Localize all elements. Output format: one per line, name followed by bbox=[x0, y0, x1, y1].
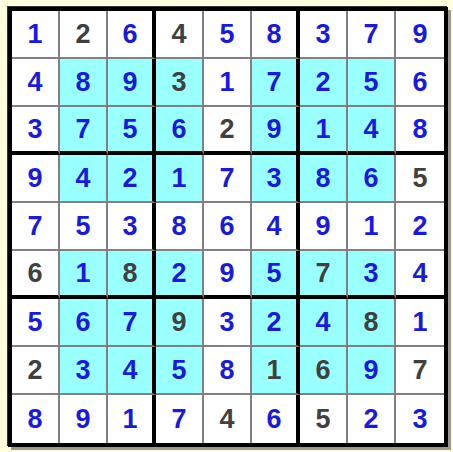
cell-r9c5[interactable]: 4 bbox=[204, 395, 252, 443]
cell-r8c6[interactable]: 1 bbox=[252, 347, 300, 395]
cell-r1c9[interactable]: 9 bbox=[396, 11, 444, 59]
cell-r5c5[interactable]: 6 bbox=[204, 203, 252, 251]
cell-r6c7[interactable]: 7 bbox=[300, 251, 348, 299]
sudoku-board: 1264583794893172563756291489421738657538… bbox=[8, 7, 448, 447]
cell-r4c9[interactable]: 5 bbox=[396, 155, 444, 203]
cell-r7c2[interactable]: 6 bbox=[60, 299, 108, 347]
cell-r1c3[interactable]: 6 bbox=[108, 11, 156, 59]
cell-r3c4[interactable]: 6 bbox=[156, 107, 204, 155]
cell-r6c1[interactable]: 6 bbox=[12, 251, 60, 299]
cell-r6c3[interactable]: 8 bbox=[108, 251, 156, 299]
cell-r2c5[interactable]: 1 bbox=[204, 59, 252, 107]
cell-r4c3[interactable]: 2 bbox=[108, 155, 156, 203]
cell-r8c3[interactable]: 4 bbox=[108, 347, 156, 395]
cell-r8c9[interactable]: 7 bbox=[396, 347, 444, 395]
cell-r7c1[interactable]: 5 bbox=[12, 299, 60, 347]
cell-r3c3[interactable]: 5 bbox=[108, 107, 156, 155]
cell-r9c3[interactable]: 1 bbox=[108, 395, 156, 443]
cell-r8c4[interactable]: 5 bbox=[156, 347, 204, 395]
cell-r2c6[interactable]: 7 bbox=[252, 59, 300, 107]
cell-r4c1[interactable]: 9 bbox=[12, 155, 60, 203]
cell-r2c2[interactable]: 8 bbox=[60, 59, 108, 107]
cell-r1c2[interactable]: 2 bbox=[60, 11, 108, 59]
cell-r5c3[interactable]: 3 bbox=[108, 203, 156, 251]
cell-r3c2[interactable]: 7 bbox=[60, 107, 108, 155]
cell-r8c5[interactable]: 8 bbox=[204, 347, 252, 395]
cell-r4c8[interactable]: 6 bbox=[348, 155, 396, 203]
cell-r5c2[interactable]: 5 bbox=[60, 203, 108, 251]
cell-r4c6[interactable]: 3 bbox=[252, 155, 300, 203]
cell-r9c9[interactable]: 3 bbox=[396, 395, 444, 443]
cell-r8c7[interactable]: 6 bbox=[300, 347, 348, 395]
cell-r7c4[interactable]: 9 bbox=[156, 299, 204, 347]
cell-r1c4[interactable]: 4 bbox=[156, 11, 204, 59]
cell-r3c7[interactable]: 1 bbox=[300, 107, 348, 155]
cell-r9c1[interactable]: 8 bbox=[12, 395, 60, 443]
cell-r1c8[interactable]: 7 bbox=[348, 11, 396, 59]
cell-r6c8[interactable]: 3 bbox=[348, 251, 396, 299]
cell-r9c2[interactable]: 9 bbox=[60, 395, 108, 443]
cell-r1c1[interactable]: 1 bbox=[12, 11, 60, 59]
cell-r6c4[interactable]: 2 bbox=[156, 251, 204, 299]
cell-r2c3[interactable]: 9 bbox=[108, 59, 156, 107]
cell-r9c6[interactable]: 6 bbox=[252, 395, 300, 443]
cell-r6c2[interactable]: 1 bbox=[60, 251, 108, 299]
cell-r5c4[interactable]: 8 bbox=[156, 203, 204, 251]
cell-r5c7[interactable]: 9 bbox=[300, 203, 348, 251]
cell-r3c5[interactable]: 2 bbox=[204, 107, 252, 155]
cell-r9c7[interactable]: 5 bbox=[300, 395, 348, 443]
cell-r2c1[interactable]: 4 bbox=[12, 59, 60, 107]
cell-r7c3[interactable]: 7 bbox=[108, 299, 156, 347]
cell-r3c9[interactable]: 8 bbox=[396, 107, 444, 155]
cell-r2c4[interactable]: 3 bbox=[156, 59, 204, 107]
cell-r7c9[interactable]: 1 bbox=[396, 299, 444, 347]
cell-r4c5[interactable]: 7 bbox=[204, 155, 252, 203]
cell-r7c6[interactable]: 2 bbox=[252, 299, 300, 347]
cell-r2c7[interactable]: 2 bbox=[300, 59, 348, 107]
cell-r1c6[interactable]: 8 bbox=[252, 11, 300, 59]
cell-r7c7[interactable]: 4 bbox=[300, 299, 348, 347]
cell-r2c8[interactable]: 5 bbox=[348, 59, 396, 107]
cell-r6c9[interactable]: 4 bbox=[396, 251, 444, 299]
cell-r7c5[interactable]: 3 bbox=[204, 299, 252, 347]
cell-r7c8[interactable]: 8 bbox=[348, 299, 396, 347]
cell-r4c4[interactable]: 1 bbox=[156, 155, 204, 203]
cell-r3c6[interactable]: 9 bbox=[252, 107, 300, 155]
cell-r1c5[interactable]: 5 bbox=[204, 11, 252, 59]
cell-r3c1[interactable]: 3 bbox=[12, 107, 60, 155]
cell-r5c1[interactable]: 7 bbox=[12, 203, 60, 251]
cell-r8c1[interactable]: 2 bbox=[12, 347, 60, 395]
cell-r6c6[interactable]: 5 bbox=[252, 251, 300, 299]
cell-r5c8[interactable]: 1 bbox=[348, 203, 396, 251]
cell-r3c8[interactable]: 4 bbox=[348, 107, 396, 155]
cell-r4c2[interactable]: 4 bbox=[60, 155, 108, 203]
cell-r1c7[interactable]: 3 bbox=[300, 11, 348, 59]
cell-r5c9[interactable]: 2 bbox=[396, 203, 444, 251]
cell-r9c4[interactable]: 7 bbox=[156, 395, 204, 443]
cell-r8c2[interactable]: 3 bbox=[60, 347, 108, 395]
cell-r4c7[interactable]: 8 bbox=[300, 155, 348, 203]
cell-r6c5[interactable]: 9 bbox=[204, 251, 252, 299]
cell-r8c8[interactable]: 9 bbox=[348, 347, 396, 395]
cell-r5c6[interactable]: 4 bbox=[252, 203, 300, 251]
cell-r9c8[interactable]: 2 bbox=[348, 395, 396, 443]
cell-r2c9[interactable]: 6 bbox=[396, 59, 444, 107]
